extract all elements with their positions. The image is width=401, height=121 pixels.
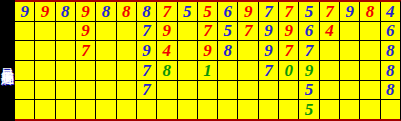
result-cell-r6c15: 5 [299,100,318,119]
result-cell-r3c5 [96,41,115,60]
result-cell-r2c3 [56,22,75,41]
result-cell-r5c7: 7 [137,81,156,100]
result-cell-r3c18 [360,41,379,60]
result-cell-r1c9: 5 [178,2,197,21]
result-cell-r5c11 [218,81,237,100]
result-cell-r2c1 [15,22,34,41]
result-cell-r3c10: 9 [198,41,217,60]
result-cell-r6c10 [198,100,217,119]
result-cell-r5c18 [360,81,379,100]
result-cell-r1c4: 9 [76,2,95,21]
result-cell-r5c17 [340,81,359,100]
result-cell-r5c12 [238,81,257,100]
result-cell-r3c4: 7 [76,41,95,60]
result-cell-r1c18: 8 [360,2,379,21]
result-cell-r1c11: 6 [218,2,237,21]
result-cell-r4c18 [360,61,379,80]
results-grid-frame: 9989888755697757984979757996467949897787… [15,0,401,121]
result-cell-r5c13 [259,81,278,100]
result-cell-r6c12 [238,100,257,119]
result-cell-r1c5: 8 [96,2,115,21]
result-cell-r4c16 [320,61,339,80]
result-cell-r3c2 [35,41,54,60]
result-cell-r3c1 [15,41,34,60]
result-cell-r3c11: 8 [218,41,237,60]
result-cell-r6c11 [218,100,237,119]
result-cell-r5c10 [198,81,217,100]
result-cell-r4c7: 7 [137,61,156,80]
result-cell-r2c5 [96,22,115,41]
result-cell-r3c19: 8 [381,41,400,60]
result-cell-r1c10: 5 [198,2,217,21]
result-cell-r6c13 [259,100,278,119]
result-cell-r6c8 [157,100,176,119]
result-cell-r4c10: 1 [198,61,217,80]
result-cell-r1c6: 8 [117,2,136,21]
result-cell-r2c12: 7 [238,22,257,41]
result-cell-r6c3 [56,100,75,119]
result-cell-r2c18 [360,22,379,41]
result-cell-r3c9 [178,41,197,60]
result-cell-r4c11 [218,61,237,80]
result-cell-r4c5 [96,61,115,80]
result-cell-r2c19: 6 [381,22,400,41]
result-cell-r1c1: 9 [15,2,34,21]
recent-results-board: 显示最近牌局 998988875569775798497975799646794… [0,0,401,121]
result-cell-r1c13: 7 [259,2,278,21]
result-cell-r5c15: 5 [299,81,318,100]
result-cell-r3c3 [56,41,75,60]
result-cell-r5c3 [56,81,75,100]
result-cell-r1c12: 9 [238,2,257,21]
result-cell-r3c8: 4 [157,41,176,60]
result-cell-r2c4: 9 [76,22,95,41]
result-cell-r4c19: 8 [381,61,400,80]
result-cell-r1c3: 8 [56,2,75,21]
result-cell-r3c7: 9 [137,41,156,60]
result-cell-r4c8: 8 [157,61,176,80]
result-cell-r2c6 [117,22,136,41]
result-cell-r6c5 [96,100,115,119]
result-cell-r4c6 [117,61,136,80]
result-cell-r4c15: 9 [299,61,318,80]
result-cell-r5c5 [96,81,115,100]
result-cell-r1c17: 9 [340,2,359,21]
result-cell-r3c17 [340,41,359,60]
result-cell-r4c2 [35,61,54,80]
result-cell-r6c4 [76,100,95,119]
result-cell-r1c7: 8 [137,2,156,21]
result-cell-r6c1 [15,100,34,119]
result-cell-r2c10: 7 [198,22,217,41]
result-cell-r4c3 [56,61,75,80]
result-cell-r2c2 [35,22,54,41]
result-cell-r2c14: 9 [279,22,298,41]
result-cell-r5c1 [15,81,34,100]
result-cell-r4c9 [178,61,197,80]
result-cell-r3c13: 9 [259,41,278,60]
result-cell-r5c16 [320,81,339,100]
result-cell-r6c14 [279,100,298,119]
result-cell-r6c17 [340,100,359,119]
results-grid: 9989888755697757984979757996467949897787… [15,2,400,119]
result-cell-r6c9 [178,100,197,119]
result-cell-r3c6 [117,41,136,60]
board-title-vertical: 显示最近牌局 [0,0,15,121]
result-cell-r5c19: 8 [381,81,400,100]
result-cell-r1c19: 4 [381,2,400,21]
result-cell-r4c13: 7 [259,61,278,80]
result-cell-r5c4 [76,81,95,100]
result-cell-r1c15: 5 [299,2,318,21]
result-cell-r6c6 [117,100,136,119]
result-cell-r4c1 [15,61,34,80]
result-cell-r3c12 [238,41,257,60]
result-cell-r4c14: 0 [279,61,298,80]
result-cell-r1c8: 7 [157,2,176,21]
result-cell-r3c16 [320,41,339,60]
result-cell-r2c9 [178,22,197,41]
result-cell-r5c14 [279,81,298,100]
result-cell-r2c17 [340,22,359,41]
result-cell-r6c18 [360,100,379,119]
result-cell-r4c17 [340,61,359,80]
result-cell-r2c13: 9 [259,22,278,41]
result-cell-r5c9 [178,81,197,100]
result-cell-r1c14: 7 [279,2,298,21]
result-cell-r5c2 [35,81,54,100]
result-cell-r2c7: 7 [137,22,156,41]
result-cell-r3c15: 7 [299,41,318,60]
result-cell-r4c4 [76,61,95,80]
result-cell-r1c16: 7 [320,2,339,21]
result-cell-r2c15: 6 [299,22,318,41]
result-cell-r5c8 [157,81,176,100]
result-cell-r6c19 [381,100,400,119]
result-cell-r1c2: 9 [35,2,54,21]
result-cell-r2c16: 4 [320,22,339,41]
result-cell-r2c11: 5 [218,22,237,41]
result-cell-r4c12 [238,61,257,80]
result-cell-r6c7 [137,100,156,119]
result-cell-r3c14: 7 [279,41,298,60]
result-cell-r5c6 [117,81,136,100]
result-cell-r6c16 [320,100,339,119]
result-cell-r2c8: 9 [157,22,176,41]
result-cell-r6c2 [35,100,54,119]
